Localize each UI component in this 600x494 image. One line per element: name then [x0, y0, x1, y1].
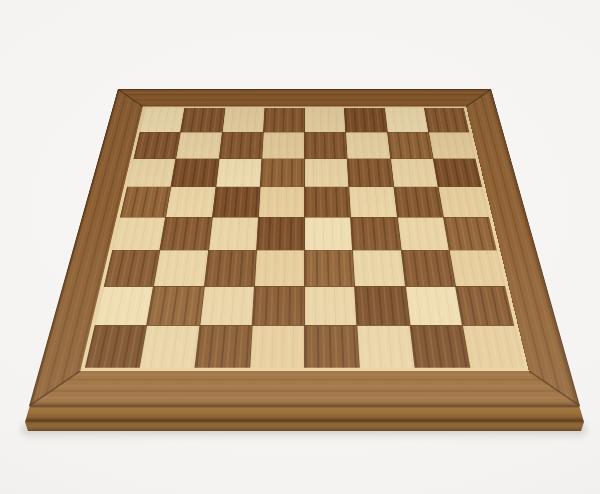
square-e2 [305, 286, 357, 324]
square-a2 [95, 286, 153, 324]
square-g2 [406, 286, 462, 324]
square-e5 [305, 187, 350, 217]
square-e6 [305, 159, 349, 187]
square-f5 [349, 187, 396, 217]
photo-background [0, 0, 600, 494]
square-h7 [429, 133, 476, 159]
square-d2 [252, 286, 304, 324]
square-c7 [219, 133, 263, 159]
square-a3 [104, 251, 160, 286]
square-h2 [456, 286, 514, 324]
square-h3 [449, 251, 505, 286]
square-g7 [387, 133, 432, 159]
square-f4 [351, 218, 400, 250]
square-g6 [391, 159, 438, 187]
square-b1 [140, 326, 199, 368]
square-g5 [394, 187, 443, 217]
square-d7 [262, 133, 304, 159]
square-e8 [305, 108, 346, 132]
square-g8 [385, 108, 428, 132]
square-h6 [433, 159, 482, 187]
square-g1 [410, 326, 469, 368]
square-f6 [348, 159, 393, 187]
chess-board [29, 89, 580, 406]
square-b3 [154, 251, 207, 286]
square-b6 [172, 159, 219, 187]
square-c5 [212, 187, 259, 217]
square-e3 [305, 251, 354, 286]
square-h5 [438, 187, 489, 217]
board-edge-molding [25, 405, 584, 431]
square-e7 [305, 133, 347, 159]
square-h1 [463, 326, 524, 368]
square-c3 [204, 251, 255, 286]
square-c2 [200, 286, 254, 324]
square-b5 [166, 187, 215, 217]
square-c6 [216, 159, 261, 187]
square-g4 [397, 218, 448, 250]
square-f2 [355, 286, 409, 324]
square-a5 [120, 187, 171, 217]
square-a6 [127, 159, 176, 187]
square-h8 [425, 108, 470, 132]
square-d8 [264, 108, 305, 132]
square-d1 [250, 326, 304, 368]
square-b8 [181, 108, 224, 132]
square-b4 [160, 218, 211, 250]
square-g3 [401, 251, 454, 286]
square-e4 [305, 218, 352, 250]
square-a8 [140, 108, 185, 132]
square-d4 [257, 218, 304, 250]
square-b2 [147, 286, 203, 324]
square-c1 [195, 326, 252, 368]
square-c8 [222, 108, 264, 132]
square-a7 [134, 133, 181, 159]
square-f3 [353, 251, 404, 286]
square-a1 [85, 326, 146, 368]
square-e1 [305, 326, 359, 368]
square-d5 [259, 187, 304, 217]
square-f7 [346, 133, 390, 159]
square-h4 [444, 218, 497, 250]
square-f8 [345, 108, 387, 132]
square-d3 [255, 251, 304, 286]
square-c4 [209, 218, 258, 250]
square-b7 [176, 133, 221, 159]
square-a4 [112, 218, 165, 250]
square-d6 [260, 159, 304, 187]
square-f1 [358, 326, 415, 368]
playing-field-grid [85, 108, 524, 368]
